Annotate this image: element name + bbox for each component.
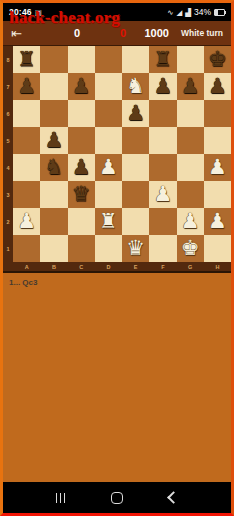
square-h1[interactable] [204,235,231,262]
file-label-d: D [95,262,122,271]
square-d7[interactable] [95,73,122,100]
square-b3[interactable] [40,181,67,208]
move-list[interactable]: 1... Qc3 [3,271,231,482]
square-b8[interactable] [40,46,67,73]
square-e8[interactable] [122,46,149,73]
file-label-c: C [68,262,95,271]
square-c8[interactable] [68,46,95,73]
battery-icon [214,9,225,16]
signal-icon: ▟ [185,8,191,17]
square-f7[interactable]: ♟ [149,73,176,100]
piece-b-p-e6[interactable]: ♟ [126,100,145,127]
clock-time: 20:46 [9,7,32,17]
rank-label-7: 7 [3,73,13,100]
home-icon[interactable] [111,492,123,504]
square-a8[interactable]: ♜ [13,46,40,73]
file-label-g: G [177,262,204,271]
rank-label-3: 3 [3,181,13,208]
square-e6[interactable]: ♟ [122,100,149,127]
square-e1[interactable]: ♛ [122,235,149,262]
nav-back-icon[interactable] [167,491,180,504]
wifi-icon: ◢ [176,8,182,17]
square-b1[interactable] [40,235,67,262]
piece-b-r-f8[interactable]: ♜ [153,46,172,73]
file-label-b: B [40,262,67,271]
square-e3[interactable] [122,181,149,208]
screenshot-icon: ▣ [35,8,42,17]
square-f4[interactable] [149,154,176,181]
piece-b-p-g7[interactable]: ♟ [181,73,200,100]
file-label-h: H [204,262,231,271]
square-b2[interactable] [40,208,67,235]
square-h5[interactable] [204,127,231,154]
piece-b-p-a7[interactable]: ♟ [17,73,36,100]
piece-b-p-h7[interactable]: ♟ [208,73,227,100]
square-d8[interactable] [95,46,122,73]
file-label-f: F [149,262,176,271]
board-area: 8♜♜♚7♟♟♞♟♟♟6♟5♟4♞♟♟♟3♛♟2♟♜♟♟1♛♚ABCDEFGH [3,46,231,271]
status-bar: 20:46 ▣ ∿ ◢ ▟ 34% [3,3,231,21]
square-d6[interactable] [95,100,122,127]
square-e2[interactable] [122,208,149,235]
square-h4[interactable]: ♟ [204,154,231,181]
piece-w-p-a2[interactable]: ♟ [17,208,36,235]
piece-w-p-h4[interactable]: ♟ [208,154,227,181]
piece-w-p-h2[interactable]: ♟ [208,208,227,235]
square-f2[interactable] [149,208,176,235]
rank-label-5: 5 [3,127,13,154]
square-g7[interactable]: ♟ [177,73,204,100]
piece-w-n-e7[interactable]: ♞ [126,73,145,100]
square-c1[interactable] [68,235,95,262]
rank-label-6: 6 [3,100,13,127]
rank-label-4: 4 [3,154,13,181]
square-d2[interactable]: ♜ [95,208,122,235]
piece-w-p-f3[interactable]: ♟ [153,181,172,208]
square-b7[interactable] [40,73,67,100]
piece-w-q-e1[interactable]: ♛ [126,235,145,262]
square-c5[interactable] [68,127,95,154]
square-f5[interactable] [149,127,176,154]
square-a3[interactable] [13,181,40,208]
square-f3[interactable]: ♟ [149,181,176,208]
square-a7[interactable]: ♟ [13,73,40,100]
square-b4[interactable]: ♞ [40,154,67,181]
square-e4[interactable] [122,154,149,181]
phone-screen: hack-cheat.org 20:46 ▣ ∿ ◢ ▟ 34% ⇤ 0 0 1… [0,0,234,516]
square-h7[interactable]: ♟ [204,73,231,100]
file-label-a: A [13,262,40,271]
piece-b-n-b4[interactable]: ♞ [44,154,63,181]
square-c4[interactable]: ♟ [68,154,95,181]
captured-count-white: 0 [74,27,80,39]
piece-b-r-a8[interactable]: ♜ [17,46,36,73]
square-d1[interactable] [95,235,122,262]
piece-w-p-d4[interactable]: ♟ [99,154,118,181]
square-a2[interactable]: ♟ [13,208,40,235]
piece-b-k-h8[interactable]: ♚ [208,46,227,73]
square-b6[interactable] [40,100,67,127]
square-c3[interactable]: ♛ [68,181,95,208]
square-c6[interactable] [68,100,95,127]
square-c7[interactable]: ♟ [68,73,95,100]
square-g5[interactable] [177,127,204,154]
piece-w-p-g2[interactable]: ♟ [181,208,200,235]
square-g3[interactable] [177,181,204,208]
square-g2[interactable]: ♟ [177,208,204,235]
chess-board: 8♜♜♚7♟♟♞♟♟♟6♟5♟4♞♟♟♟3♛♟2♟♜♟♟1♛♚ABCDEFGH [3,46,231,271]
back-button[interactable]: ⇤ [11,27,22,40]
app-toolbar: ⇤ 0 0 1000 White turn [3,21,231,46]
rank-label-1: 1 [3,235,13,262]
android-nav-bar [3,482,231,513]
piece-b-p-c7[interactable]: ♟ [72,73,91,100]
square-f6[interactable] [149,100,176,127]
square-e5[interactable] [122,127,149,154]
square-f1[interactable] [149,235,176,262]
square-h8[interactable]: ♚ [204,46,231,73]
piece-w-k-g1[interactable]: ♚ [181,235,200,262]
captured-count-red: 0 [120,27,126,39]
move-text: 1... Qc3 [9,278,37,287]
piece-w-r-d2[interactable]: ♜ [99,208,118,235]
piece-b-q-c3[interactable]: ♛ [72,181,91,208]
square-d4[interactable]: ♟ [95,154,122,181]
square-g1[interactable]: ♚ [177,235,204,262]
battery-percent: 34% [194,7,211,17]
square-g4[interactable] [177,154,204,181]
square-c2[interactable] [68,208,95,235]
square-h3[interactable] [204,181,231,208]
piece-b-p-c4[interactable]: ♟ [72,154,91,181]
engine-rating: 1000 [144,27,168,39]
board-corner [3,262,13,271]
piece-b-p-f7[interactable]: ♟ [153,73,172,100]
square-f8[interactable]: ♜ [149,46,176,73]
square-d5[interactable] [95,127,122,154]
square-h6[interactable] [204,100,231,127]
square-a6[interactable] [13,100,40,127]
recents-icon[interactable] [56,493,66,503]
square-a1[interactable] [13,235,40,262]
piece-b-p-b5[interactable]: ♟ [44,127,63,154]
square-b5[interactable]: ♟ [40,127,67,154]
square-e7[interactable]: ♞ [122,73,149,100]
turn-indicator: White turn [181,28,223,38]
square-d3[interactable] [95,181,122,208]
square-a5[interactable] [13,127,40,154]
file-label-e: E [122,262,149,271]
square-a4[interactable] [13,154,40,181]
rank-label-8: 8 [3,46,13,73]
rank-label-2: 2 [3,208,13,235]
square-g6[interactable] [177,100,204,127]
square-g8[interactable] [177,46,204,73]
vibrate-icon: ∿ [167,8,173,17]
square-h2[interactable]: ♟ [204,208,231,235]
